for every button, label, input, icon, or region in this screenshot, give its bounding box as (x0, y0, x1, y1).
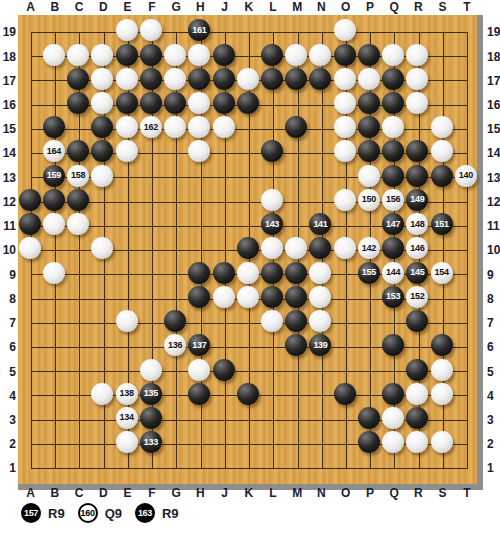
white-stone-C18 (67, 44, 89, 66)
black-stone-K16 (237, 92, 259, 114)
move-number: 144 (386, 268, 400, 277)
black-stone-M8 (285, 286, 307, 308)
white-stone-C13: 158 (67, 165, 89, 187)
row-label-right-9: 9 (487, 268, 500, 282)
column-label-top-R: R (410, 0, 426, 14)
move-number: 145 (410, 268, 424, 277)
caption-point-label: Q9 (105, 506, 122, 521)
column-label-bottom-E: E (120, 486, 136, 500)
white-stone-D4 (91, 383, 113, 405)
black-stone-G16 (164, 92, 186, 114)
white-stone-O12 (334, 189, 356, 211)
white-stone-K8 (237, 286, 259, 308)
black-stone-R13 (406, 165, 428, 187)
move-number: 158 (71, 171, 85, 180)
column-label-bottom-G: G (168, 486, 184, 500)
black-stone-P3 (358, 407, 380, 429)
black-stone-D15 (91, 116, 113, 138)
column-label-bottom-P: P (362, 486, 378, 500)
white-stone-J15 (213, 116, 235, 138)
black-stone-Q8: 153 (382, 286, 404, 308)
white-stone-Q3 (382, 407, 404, 429)
row-label-left-9: 9 (0, 268, 16, 282)
white-stone-Q2 (382, 431, 404, 453)
white-stone-S5 (431, 359, 453, 381)
move-number: 146 (410, 244, 424, 253)
white-stone-H5 (188, 359, 210, 381)
black-stone-C17 (67, 68, 89, 90)
move-number: 136 (168, 341, 182, 350)
black-stone-D14 (91, 140, 113, 162)
move-number: 152 (410, 292, 424, 301)
column-label-top-E: E (120, 0, 136, 14)
black-stone-M15 (285, 116, 307, 138)
column-label-bottom-Q: Q (386, 486, 402, 500)
white-stone-N18 (309, 44, 331, 66)
row-label-right-10: 10 (487, 243, 500, 257)
black-stone-P16 (358, 92, 380, 114)
move-number: 162 (144, 123, 158, 132)
column-label-top-A: A (23, 0, 39, 14)
black-stone-F4: 135 (140, 383, 162, 405)
black-stone-O4 (334, 383, 356, 405)
move-number: 159 (47, 171, 61, 180)
black-stone-N10 (309, 237, 331, 259)
black-stone-J5 (213, 359, 235, 381)
black-stone-A12 (19, 189, 41, 211)
column-label-top-N: N (313, 0, 329, 14)
white-stone-B18 (43, 44, 65, 66)
move-number: 141 (313, 220, 327, 229)
black-stone-L11: 143 (261, 213, 283, 235)
white-stone-D10 (91, 237, 113, 259)
white-stone-O14 (334, 140, 356, 162)
column-label-top-C: C (71, 0, 87, 14)
black-stone-Q17 (382, 68, 404, 90)
black-stone-L14 (261, 140, 283, 162)
column-label-bottom-K: K (241, 486, 257, 500)
black-stone-M17 (285, 68, 307, 90)
black-stone-Q6 (382, 334, 404, 356)
black-stone-P18 (358, 44, 380, 66)
black-stone-C14 (67, 140, 89, 162)
white-stone-H16 (188, 92, 210, 114)
white-stone-G15 (164, 116, 186, 138)
white-stone-S2 (431, 431, 453, 453)
white-stone-N8 (309, 286, 331, 308)
black-stone-G7 (164, 310, 186, 332)
black-stone-R5 (406, 359, 428, 381)
white-stone-M18 (285, 44, 307, 66)
black-stone-J17 (213, 68, 235, 90)
white-stone-F19 (140, 19, 162, 41)
white-stone-R17 (406, 68, 428, 90)
caption-move-number: 163 (138, 508, 152, 518)
white-stone-Q12: 156 (382, 189, 404, 211)
row-label-right-17: 17 (487, 74, 500, 88)
column-label-top-L: L (265, 0, 281, 14)
white-stone-O17 (334, 68, 356, 90)
black-stone-Q14 (382, 140, 404, 162)
white-stone-E2 (116, 431, 138, 453)
black-stone-P15 (358, 116, 380, 138)
black-stone-N6: 139 (309, 334, 331, 356)
move-number: 164 (47, 147, 61, 156)
white-stone-D17 (91, 68, 113, 90)
black-stone-N11: 141 (309, 213, 331, 235)
column-label-top-O: O (338, 0, 354, 14)
white-stone-G6: 136 (164, 334, 186, 356)
caption-black-stone-163: 163 (135, 503, 155, 523)
white-stone-R10: 146 (406, 237, 428, 259)
black-stone-L17 (261, 68, 283, 90)
row-label-left-6: 6 (0, 340, 16, 354)
white-stone-P13 (358, 165, 380, 187)
move-number: 140 (459, 171, 473, 180)
white-stone-M10 (285, 237, 307, 259)
black-stone-L18 (261, 44, 283, 66)
black-stone-F17 (140, 68, 162, 90)
row-label-left-17: 17 (0, 74, 16, 88)
white-stone-L7 (261, 310, 283, 332)
column-label-bottom-B: B (47, 486, 63, 500)
white-stone-N9 (309, 262, 331, 284)
white-stone-O10 (334, 237, 356, 259)
white-stone-E3: 134 (116, 407, 138, 429)
column-label-top-K: K (241, 0, 257, 14)
row-label-left-3: 3 (0, 413, 16, 427)
black-stone-H17 (188, 68, 210, 90)
black-stone-Q13 (382, 165, 404, 187)
move-number: 155 (362, 268, 376, 277)
caption-black-stone-157: 157 (21, 503, 41, 523)
column-label-top-F: F (144, 0, 160, 14)
white-stone-K9 (237, 262, 259, 284)
column-label-top-T: T (459, 0, 475, 14)
column-label-top-M: M (289, 0, 305, 14)
move-number: 134 (120, 413, 134, 422)
white-stone-F5 (140, 359, 162, 381)
row-label-right-1: 1 (487, 461, 500, 475)
white-stone-P17 (358, 68, 380, 90)
move-number: 142 (362, 244, 376, 253)
column-label-bottom-T: T (459, 486, 475, 500)
caption-point-label: R9 (162, 506, 179, 521)
white-stone-S14 (431, 140, 453, 162)
row-label-right-7: 7 (487, 316, 500, 330)
row-label-right-12: 12 (487, 195, 500, 209)
white-stone-O19 (334, 19, 356, 41)
caption-move-number: 160 (81, 508, 95, 518)
white-stone-D18 (91, 44, 113, 66)
row-label-right-3: 3 (487, 413, 500, 427)
white-stone-A10 (19, 237, 41, 259)
go-board[interactable]: 1611621641591581401501561491431411471481… (18, 15, 483, 490)
white-stone-B11 (43, 213, 65, 235)
white-stone-J8 (213, 286, 235, 308)
black-stone-B12 (43, 189, 65, 211)
column-label-bottom-L: L (265, 486, 281, 500)
white-stone-B9 (43, 262, 65, 284)
black-stone-J9 (213, 262, 235, 284)
black-stone-E18 (116, 44, 138, 66)
column-label-top-Q: Q (386, 0, 402, 14)
white-stone-E15 (116, 116, 138, 138)
column-label-top-H: H (192, 0, 208, 14)
white-stone-N7 (309, 310, 331, 332)
column-label-bottom-C: C (71, 486, 87, 500)
row-label-right-18: 18 (487, 50, 500, 64)
go-diagram-page: 1611621641591581401501561491431411471481… (0, 0, 500, 537)
white-stone-K17 (237, 68, 259, 90)
white-stone-R18 (406, 44, 428, 66)
column-label-bottom-S: S (435, 486, 451, 500)
row-label-right-19: 19 (487, 25, 500, 39)
white-stone-E19 (116, 19, 138, 41)
white-stone-P12: 150 (358, 189, 380, 211)
black-stone-C16 (67, 92, 89, 114)
column-label-bottom-M: M (289, 486, 305, 500)
black-stone-H19: 161 (188, 19, 210, 41)
row-label-right-11: 11 (487, 219, 500, 233)
black-stone-J16 (213, 92, 235, 114)
column-label-top-S: S (435, 0, 451, 14)
black-stone-C12 (67, 189, 89, 211)
row-label-right-4: 4 (487, 389, 500, 403)
caption-point-label: R9 (48, 506, 65, 521)
black-stone-F18 (140, 44, 162, 66)
column-label-top-J: J (217, 0, 233, 14)
white-stone-G17 (164, 68, 186, 90)
white-stone-Q18 (382, 44, 404, 66)
black-stone-H8 (188, 286, 210, 308)
white-stone-F15: 162 (140, 116, 162, 138)
move-number: 148 (410, 220, 424, 229)
white-stone-E17 (116, 68, 138, 90)
row-label-left-8: 8 (0, 292, 16, 306)
white-stone-C11 (67, 213, 89, 235)
move-number: 143 (265, 220, 279, 229)
move-number: 135 (144, 389, 158, 398)
row-label-left-18: 18 (0, 50, 16, 64)
row-label-left-16: 16 (0, 98, 16, 112)
black-stone-O18 (334, 44, 356, 66)
white-stone-H14 (188, 140, 210, 162)
black-stone-N17 (309, 68, 331, 90)
white-stone-D16 (91, 92, 113, 114)
black-stone-S6 (431, 334, 453, 356)
white-stone-P10: 142 (358, 237, 380, 259)
row-label-right-6: 6 (487, 340, 500, 354)
row-label-right-8: 8 (487, 292, 500, 306)
column-label-bottom-J: J (217, 486, 233, 500)
row-label-right-14: 14 (487, 146, 500, 160)
column-label-bottom-F: F (144, 486, 160, 500)
stones-layer: 1611621641591581401501561491431411471481… (31, 32, 468, 469)
black-stone-H9 (188, 262, 210, 284)
move-number: 138 (120, 389, 134, 398)
black-stone-Q10 (382, 237, 404, 259)
move-number: 150 (362, 195, 376, 204)
black-stone-R3 (406, 407, 428, 429)
move-caption: 157R9160Q9163R9 (21, 501, 185, 525)
black-stone-A11 (19, 213, 41, 235)
caption-white-stone-160: 160 (78, 503, 98, 523)
row-label-left-11: 11 (0, 219, 16, 233)
black-stone-L8 (261, 286, 283, 308)
white-stone-R11: 148 (406, 213, 428, 235)
row-label-left-10: 10 (0, 243, 16, 257)
move-number: 139 (313, 341, 327, 350)
black-stone-R9: 145 (406, 262, 428, 284)
row-label-right-2: 2 (487, 437, 500, 451)
move-number: 133 (144, 438, 158, 447)
white-stone-R16 (406, 92, 428, 114)
white-stone-B14: 164 (43, 140, 65, 162)
black-stone-R7 (406, 310, 428, 332)
move-number: 147 (386, 220, 400, 229)
row-label-left-5: 5 (0, 365, 16, 379)
white-stone-O16 (334, 92, 356, 114)
black-stone-P9: 155 (358, 262, 380, 284)
row-label-right-13: 13 (487, 171, 500, 185)
column-label-top-B: B (47, 0, 63, 14)
white-stone-L10 (261, 237, 283, 259)
move-number: 151 (435, 220, 449, 229)
white-stone-E14 (116, 140, 138, 162)
black-stone-S11: 151 (431, 213, 453, 235)
row-label-left-4: 4 (0, 389, 16, 403)
black-stone-B13: 159 (43, 165, 65, 187)
column-label-bottom-R: R (410, 486, 426, 500)
row-label-left-14: 14 (0, 146, 16, 160)
move-number: 156 (386, 195, 400, 204)
white-stone-S15 (431, 116, 453, 138)
row-label-left-7: 7 (0, 316, 16, 330)
move-number: 137 (192, 341, 206, 350)
caption-move-number: 157 (24, 508, 38, 518)
white-stone-Q15 (382, 116, 404, 138)
white-stone-S4 (431, 383, 453, 405)
column-label-bottom-A: A (23, 486, 39, 500)
white-stone-T13: 140 (455, 165, 477, 187)
move-number: 149 (410, 195, 424, 204)
white-stone-D13 (91, 165, 113, 187)
move-number: 161 (192, 26, 206, 35)
white-stone-R8: 152 (406, 286, 428, 308)
black-stone-S13 (431, 165, 453, 187)
white-stone-R2 (406, 431, 428, 453)
column-label-bottom-O: O (338, 486, 354, 500)
column-label-bottom-D: D (95, 486, 111, 500)
black-stone-K10 (237, 237, 259, 259)
row-label-right-5: 5 (487, 365, 500, 379)
white-stone-L12 (261, 189, 283, 211)
black-stone-E16 (116, 92, 138, 114)
white-stone-E4: 138 (116, 383, 138, 405)
black-stone-H6: 137 (188, 334, 210, 356)
black-stone-B15 (43, 116, 65, 138)
row-label-right-15: 15 (487, 122, 500, 136)
row-label-right-16: 16 (487, 98, 500, 112)
black-stone-R12: 149 (406, 189, 428, 211)
white-stone-Q9: 144 (382, 262, 404, 284)
black-stone-J18 (213, 44, 235, 66)
row-label-left-15: 15 (0, 122, 16, 136)
black-stone-F3 (140, 407, 162, 429)
black-stone-R14 (406, 140, 428, 162)
white-stone-H18 (188, 44, 210, 66)
white-stone-R4 (406, 383, 428, 405)
black-stone-M6 (285, 334, 307, 356)
black-stone-Q16 (382, 92, 404, 114)
white-stone-S9: 154 (431, 262, 453, 284)
column-label-top-G: G (168, 0, 184, 14)
black-stone-M9 (285, 262, 307, 284)
row-label-left-13: 13 (0, 171, 16, 185)
move-number: 154 (435, 268, 449, 277)
black-stone-H4 (188, 383, 210, 405)
black-stone-Q4 (382, 383, 404, 405)
row-label-left-2: 2 (0, 437, 16, 451)
black-stone-F2: 133 (140, 431, 162, 453)
row-label-left-19: 19 (0, 25, 16, 39)
white-stone-H15 (188, 116, 210, 138)
column-label-bottom-N: N (313, 486, 329, 500)
column-label-bottom-H: H (192, 486, 208, 500)
row-label-left-12: 12 (0, 195, 16, 209)
black-stone-K4 (237, 383, 259, 405)
black-stone-F16 (140, 92, 162, 114)
row-label-left-1: 1 (0, 461, 16, 475)
white-stone-E7 (116, 310, 138, 332)
move-number: 153 (386, 292, 400, 301)
column-label-top-P: P (362, 0, 378, 14)
white-stone-O15 (334, 116, 356, 138)
column-label-top-D: D (95, 0, 111, 14)
white-stone-G18 (164, 44, 186, 66)
black-stone-L9 (261, 262, 283, 284)
black-stone-P14 (358, 140, 380, 162)
black-stone-M7 (285, 310, 307, 332)
black-stone-P2 (358, 431, 380, 453)
black-stone-Q11: 147 (382, 213, 404, 235)
